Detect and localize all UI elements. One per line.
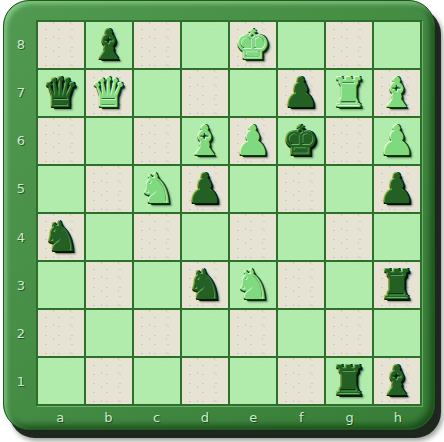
piece-black-queen-a7[interactable]: ♛ <box>43 70 80 116</box>
square-b8[interactable]: ♝ <box>86 22 132 68</box>
square-a4[interactable]: ♞ <box>38 214 84 260</box>
square-b2[interactable] <box>86 310 132 356</box>
square-d8[interactable] <box>182 22 228 68</box>
square-g1[interactable]: ♜ <box>326 358 372 404</box>
square-e2[interactable] <box>230 310 276 356</box>
piece-black-rook-g1[interactable]: ♜ <box>331 358 368 404</box>
file-label-f: f <box>277 406 325 428</box>
file-label-h: h <box>374 406 422 428</box>
square-c8[interactable] <box>134 22 180 68</box>
piece-white-knight-c5[interactable]: ♞ <box>139 166 176 212</box>
square-a3[interactable] <box>38 262 84 308</box>
rank-labels: 87654321 <box>6 20 36 406</box>
piece-black-rook-h3[interactable]: ♜ <box>379 262 416 308</box>
square-g8[interactable] <box>326 22 372 68</box>
chess-board[interactable]: ♝♚♛♛♟♜♝♝♟♚♟♞♟♟♞♞♞♜♜♝ <box>36 20 422 406</box>
piece-black-king-f6[interactable]: ♚ <box>283 118 320 164</box>
file-label-a: a <box>36 406 84 428</box>
square-g4[interactable] <box>326 214 372 260</box>
chessboard-window: 87654321 ♝♚♛♛♟♜♝♝♟♚♟♞♟♟♞♞♞♜♜♝ abcdefgh <box>0 0 444 442</box>
square-c1[interactable] <box>134 358 180 404</box>
rank-label-6: 6 <box>6 117 36 165</box>
square-h3[interactable]: ♜ <box>374 262 420 308</box>
square-h7[interactable]: ♝ <box>374 70 420 116</box>
piece-black-pawn-h5[interactable]: ♟ <box>379 166 416 212</box>
piece-white-pawn-e6[interactable]: ♟ <box>235 118 272 164</box>
square-c6[interactable] <box>134 118 180 164</box>
square-h8[interactable] <box>374 22 420 68</box>
square-c2[interactable] <box>134 310 180 356</box>
rank-label-2: 2 <box>6 310 36 358</box>
file-label-d: d <box>181 406 229 428</box>
square-f1[interactable] <box>278 358 324 404</box>
square-c7[interactable] <box>134 70 180 116</box>
piece-black-bishop-b8[interactable]: ♝ <box>91 22 128 68</box>
rank-label-4: 4 <box>6 213 36 261</box>
piece-black-pawn-f7[interactable]: ♟ <box>283 70 320 116</box>
square-g7[interactable]: ♜ <box>326 70 372 116</box>
square-b5[interactable] <box>86 166 132 212</box>
square-d6[interactable]: ♝ <box>182 118 228 164</box>
square-h6[interactable]: ♟ <box>374 118 420 164</box>
square-g5[interactable] <box>326 166 372 212</box>
square-f5[interactable] <box>278 166 324 212</box>
square-f6[interactable]: ♚ <box>278 118 324 164</box>
rank-label-7: 7 <box>6 68 36 116</box>
square-h2[interactable] <box>374 310 420 356</box>
square-d5[interactable]: ♟ <box>182 166 228 212</box>
square-c5[interactable]: ♞ <box>134 166 180 212</box>
file-label-b: b <box>84 406 132 428</box>
square-a6[interactable] <box>38 118 84 164</box>
square-a5[interactable] <box>38 166 84 212</box>
square-e7[interactable] <box>230 70 276 116</box>
file-label-c: c <box>133 406 181 428</box>
square-a1[interactable] <box>38 358 84 404</box>
file-label-e: e <box>229 406 277 428</box>
piece-white-rook-g7[interactable]: ♜ <box>331 70 368 116</box>
square-h1[interactable]: ♝ <box>374 358 420 404</box>
square-c3[interactable] <box>134 262 180 308</box>
square-g2[interactable] <box>326 310 372 356</box>
square-d4[interactable] <box>182 214 228 260</box>
piece-white-queen-b7[interactable]: ♛ <box>91 70 128 116</box>
square-g6[interactable] <box>326 118 372 164</box>
square-b4[interactable] <box>86 214 132 260</box>
square-f3[interactable] <box>278 262 324 308</box>
piece-black-bishop-h1[interactable]: ♝ <box>379 358 416 404</box>
square-a8[interactable] <box>38 22 84 68</box>
rank-label-1: 1 <box>6 358 36 406</box>
square-e4[interactable] <box>230 214 276 260</box>
piece-black-pawn-d5[interactable]: ♟ <box>187 166 224 212</box>
square-d3[interactable]: ♞ <box>182 262 228 308</box>
rank-label-3: 3 <box>6 261 36 309</box>
square-b7[interactable]: ♛ <box>86 70 132 116</box>
square-a7[interactable]: ♛ <box>38 70 84 116</box>
square-f8[interactable] <box>278 22 324 68</box>
square-d2[interactable] <box>182 310 228 356</box>
square-c4[interactable] <box>134 214 180 260</box>
square-b3[interactable] <box>86 262 132 308</box>
board-frame: 87654321 ♝♚♛♛♟♜♝♝♟♚♟♞♟♟♞♞♞♜♜♝ abcdefgh <box>3 0 435 430</box>
piece-black-knight-a4[interactable]: ♞ <box>43 214 80 260</box>
square-f7[interactable]: ♟ <box>278 70 324 116</box>
rank-label-8: 8 <box>6 20 36 68</box>
square-h5[interactable]: ♟ <box>374 166 420 212</box>
piece-white-bishop-d6[interactable]: ♝ <box>187 118 224 164</box>
square-f4[interactable] <box>278 214 324 260</box>
piece-white-bishop-h7[interactable]: ♝ <box>379 70 416 116</box>
square-e6[interactable]: ♟ <box>230 118 276 164</box>
rank-label-5: 5 <box>6 165 36 213</box>
square-b6[interactable] <box>86 118 132 164</box>
square-d7[interactable] <box>182 70 228 116</box>
square-f2[interactable] <box>278 310 324 356</box>
square-h4[interactable] <box>374 214 420 260</box>
file-labels: abcdefgh <box>36 406 422 428</box>
square-e8[interactable]: ♚ <box>230 22 276 68</box>
square-a2[interactable] <box>38 310 84 356</box>
square-e5[interactable] <box>230 166 276 212</box>
file-label-g: g <box>326 406 374 428</box>
square-e1[interactable] <box>230 358 276 404</box>
piece-black-knight-d3[interactable]: ♞ <box>187 262 224 308</box>
piece-white-king-e8[interactable]: ♚ <box>235 22 272 68</box>
piece-white-pawn-h6[interactable]: ♟ <box>379 118 416 164</box>
square-b1[interactable] <box>86 358 132 404</box>
square-g3[interactable] <box>326 262 372 308</box>
piece-white-knight-e3[interactable]: ♞ <box>235 262 272 308</box>
square-e3[interactable]: ♞ <box>230 262 276 308</box>
square-d1[interactable] <box>182 358 228 404</box>
